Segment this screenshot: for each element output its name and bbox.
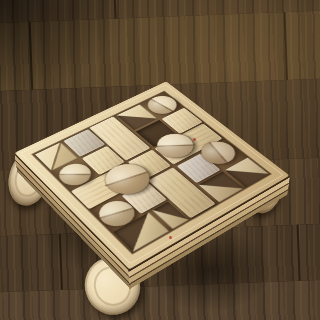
red-mark-1 xyxy=(193,138,196,141)
cart-scene xyxy=(0,0,320,320)
triangle-east-small-face xyxy=(198,171,243,202)
red-mark-2 xyxy=(169,236,172,239)
plank-left-arm xyxy=(71,163,144,209)
big-cylinder-center-highlight xyxy=(97,158,158,200)
seamed-cylinder-west-seam xyxy=(57,174,91,175)
cylinder-south-highlight xyxy=(92,196,142,232)
cylinder-south-seam xyxy=(98,207,135,219)
cylinder-south xyxy=(92,196,142,232)
triangle-south-tall-face xyxy=(152,201,189,229)
photo-stage xyxy=(0,0,320,320)
seamed-cylinder-west-shading xyxy=(53,160,97,190)
triangle-east-small xyxy=(198,171,243,202)
big-cylinder-center xyxy=(97,158,158,200)
triangle-south-wide-face xyxy=(113,212,169,252)
triangle-south-wide xyxy=(113,212,169,252)
big-cylinder-center-seam xyxy=(105,171,149,186)
plank-bottom-arm xyxy=(148,167,215,218)
triangle-south-tall xyxy=(152,201,189,229)
block-tray xyxy=(32,91,270,253)
white-cube-south xyxy=(121,182,166,214)
big-cylinder-center-shading xyxy=(97,158,158,200)
triangle-east-large-face xyxy=(224,157,268,187)
triangle-east-large xyxy=(224,157,268,187)
seamed-cylinder-west xyxy=(53,160,97,190)
block-wagon xyxy=(15,81,290,269)
cylinder-south-shading xyxy=(92,196,142,232)
seamed-cylinder-west-highlight xyxy=(53,160,97,190)
